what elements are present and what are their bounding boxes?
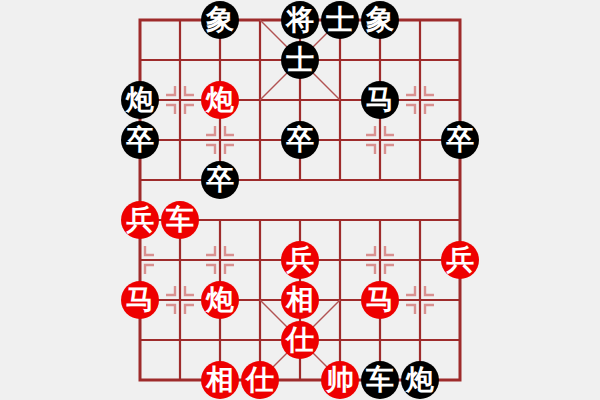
piece-red-elephant[interactable]: 相 [201, 361, 239, 399]
piece-black-soldier[interactable]: 卒 [121, 121, 159, 159]
piece-black-cannon[interactable]: 炮 [121, 81, 159, 119]
piece-red-cannon[interactable]: 炮 [201, 81, 239, 119]
piece-red-horse[interactable]: 马 [361, 281, 399, 319]
piece-black-soldier[interactable]: 卒 [201, 161, 239, 199]
xiangqi-app: 象将士象士炮炮马卒卒卒卒兵车兵兵马炮相马仕相仕帅车炮 [0, 0, 600, 400]
xiangqi-board[interactable]: 象将士象士炮炮马卒卒卒卒兵车兵兵马炮相马仕相仕帅车炮 [0, 0, 600, 400]
piece-red-advisor[interactable]: 仕 [241, 361, 279, 399]
piece-black-advisor[interactable]: 士 [321, 1, 359, 39]
piece-red-soldier[interactable]: 兵 [441, 241, 479, 279]
piece-black-elephant[interactable]: 象 [361, 1, 399, 39]
piece-black-horse[interactable]: 马 [361, 81, 399, 119]
piece-red-soldier[interactable]: 兵 [121, 201, 159, 239]
piece-red-horse[interactable]: 马 [121, 281, 159, 319]
piece-black-elephant[interactable]: 象 [201, 1, 239, 39]
piece-red-chariot[interactable]: 车 [161, 201, 199, 239]
piece-red-cannon[interactable]: 炮 [201, 281, 239, 319]
piece-black-soldier[interactable]: 卒 [441, 121, 479, 159]
piece-black-cannon[interactable]: 炮 [401, 361, 439, 399]
piece-red-soldier[interactable]: 兵 [281, 241, 319, 279]
piece-red-elephant[interactable]: 相 [281, 281, 319, 319]
piece-black-general[interactable]: 将 [281, 1, 319, 39]
piece-black-chariot[interactable]: 车 [361, 361, 399, 399]
piece-red-general[interactable]: 帅 [321, 361, 359, 399]
piece-black-soldier[interactable]: 卒 [281, 121, 319, 159]
piece-red-advisor[interactable]: 仕 [281, 321, 319, 359]
piece-black-advisor[interactable]: 士 [281, 41, 319, 79]
